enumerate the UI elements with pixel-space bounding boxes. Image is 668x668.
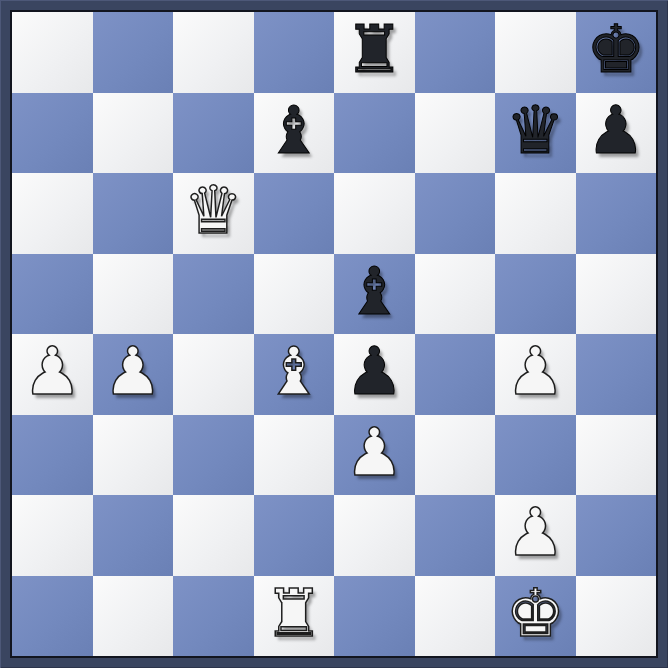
square-d6[interactable]: [254, 173, 335, 254]
square-e7[interactable]: [334, 93, 415, 174]
square-e5[interactable]: ♝: [334, 254, 415, 335]
square-g5[interactable]: [495, 254, 576, 335]
square-d3[interactable]: [254, 415, 335, 496]
piece-black-bishop[interactable]: ♝: [264, 98, 323, 164]
square-c6[interactable]: ♛: [173, 173, 254, 254]
square-a2[interactable]: [12, 495, 93, 576]
square-b5[interactable]: [93, 254, 174, 335]
piece-white-queen[interactable]: ♛: [184, 178, 243, 244]
square-h8[interactable]: ♚: [576, 12, 657, 93]
square-g8[interactable]: [495, 12, 576, 93]
square-a7[interactable]: [12, 93, 93, 174]
piece-black-pawn[interactable]: ♟: [586, 98, 645, 164]
square-c7[interactable]: [173, 93, 254, 174]
piece-white-pawn[interactable]: ♟: [23, 339, 82, 405]
square-g2[interactable]: ♟: [495, 495, 576, 576]
square-d2[interactable]: [254, 495, 335, 576]
square-b8[interactable]: [93, 12, 174, 93]
piece-white-bishop[interactable]: ♝: [264, 339, 323, 405]
square-f6[interactable]: [415, 173, 496, 254]
square-f8[interactable]: [415, 12, 496, 93]
square-a1[interactable]: [12, 576, 93, 657]
square-f7[interactable]: [415, 93, 496, 174]
square-g3[interactable]: [495, 415, 576, 496]
square-h3[interactable]: [576, 415, 657, 496]
square-c5[interactable]: [173, 254, 254, 335]
square-b7[interactable]: [93, 93, 174, 174]
square-e3[interactable]: ♟: [334, 415, 415, 496]
square-e2[interactable]: [334, 495, 415, 576]
square-e4[interactable]: ♟: [334, 334, 415, 415]
square-c8[interactable]: [173, 12, 254, 93]
square-c4[interactable]: [173, 334, 254, 415]
piece-black-bishop[interactable]: ♝: [345, 259, 404, 325]
square-b3[interactable]: [93, 415, 174, 496]
square-e6[interactable]: [334, 173, 415, 254]
square-d4[interactable]: ♝: [254, 334, 335, 415]
square-f2[interactable]: [415, 495, 496, 576]
chess-board-frame: ♜♚♝♛♟♛♝♟♟♝♟♟♟♟♜♚: [0, 0, 668, 668]
square-g7[interactable]: ♛: [495, 93, 576, 174]
square-a3[interactable]: [12, 415, 93, 496]
square-a6[interactable]: [12, 173, 93, 254]
square-b4[interactable]: ♟: [93, 334, 174, 415]
square-a8[interactable]: [12, 12, 93, 93]
square-c2[interactable]: [173, 495, 254, 576]
square-h1[interactable]: [576, 576, 657, 657]
square-g4[interactable]: ♟: [495, 334, 576, 415]
piece-black-king[interactable]: ♚: [586, 17, 645, 83]
square-g1[interactable]: ♚: [495, 576, 576, 657]
square-c1[interactable]: [173, 576, 254, 657]
square-d5[interactable]: [254, 254, 335, 335]
piece-black-pawn[interactable]: ♟: [345, 339, 404, 405]
square-f5[interactable]: [415, 254, 496, 335]
square-a5[interactable]: [12, 254, 93, 335]
piece-white-pawn[interactable]: ♟: [103, 339, 162, 405]
piece-white-king[interactable]: ♚: [506, 581, 565, 647]
square-d1[interactable]: ♜: [254, 576, 335, 657]
square-d7[interactable]: ♝: [254, 93, 335, 174]
square-b1[interactable]: [93, 576, 174, 657]
square-h5[interactable]: [576, 254, 657, 335]
piece-black-rook[interactable]: ♜: [345, 17, 404, 83]
square-b2[interactable]: [93, 495, 174, 576]
piece-white-pawn[interactable]: ♟: [506, 500, 565, 566]
square-f3[interactable]: [415, 415, 496, 496]
chess-board: ♜♚♝♛♟♛♝♟♟♝♟♟♟♟♜♚: [10, 10, 658, 658]
piece-black-queen[interactable]: ♛: [506, 98, 565, 164]
square-e1[interactable]: [334, 576, 415, 657]
square-g6[interactable]: [495, 173, 576, 254]
square-h4[interactable]: [576, 334, 657, 415]
piece-white-pawn[interactable]: ♟: [506, 339, 565, 405]
square-a4[interactable]: ♟: [12, 334, 93, 415]
square-e8[interactable]: ♜: [334, 12, 415, 93]
square-h6[interactable]: [576, 173, 657, 254]
square-h2[interactable]: [576, 495, 657, 576]
square-h7[interactable]: ♟: [576, 93, 657, 174]
piece-white-rook[interactable]: ♜: [264, 581, 323, 647]
square-f4[interactable]: [415, 334, 496, 415]
square-f1[interactable]: [415, 576, 496, 657]
piece-white-pawn[interactable]: ♟: [345, 420, 404, 486]
square-b6[interactable]: [93, 173, 174, 254]
square-c3[interactable]: [173, 415, 254, 496]
square-d8[interactable]: [254, 12, 335, 93]
